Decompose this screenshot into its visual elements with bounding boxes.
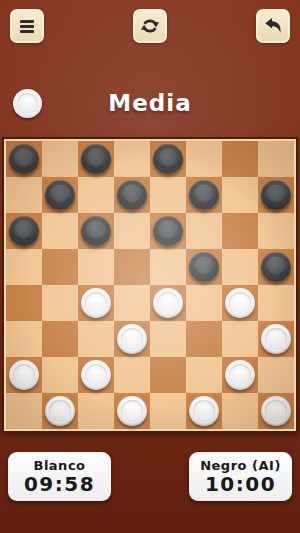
board-square[interactable] — [222, 285, 258, 321]
white-checker[interactable] — [81, 288, 111, 318]
board-square[interactable] — [6, 357, 42, 393]
board-square[interactable] — [114, 249, 150, 285]
white-checker[interactable] — [261, 396, 291, 426]
board-square[interactable] — [42, 177, 78, 213]
board-square[interactable] — [222, 393, 258, 429]
board-square[interactable] — [42, 357, 78, 393]
black-checker[interactable] — [9, 216, 39, 246]
board-square[interactable] — [114, 357, 150, 393]
board-square[interactable] — [114, 141, 150, 177]
black-checker[interactable] — [9, 144, 39, 174]
board-square[interactable] — [6, 285, 42, 321]
board-square[interactable] — [186, 249, 222, 285]
white-checker[interactable] — [225, 288, 255, 318]
white-checker[interactable] — [81, 360, 111, 390]
board-square[interactable] — [186, 321, 222, 357]
refresh-icon — [139, 15, 161, 37]
black-checker[interactable] — [45, 180, 75, 210]
board-square[interactable] — [186, 213, 222, 249]
white-checker[interactable] — [261, 324, 291, 354]
hamburger-icon — [17, 16, 37, 36]
board-square[interactable] — [42, 141, 78, 177]
board-square[interactable] — [150, 249, 186, 285]
board-square[interactable] — [150, 357, 186, 393]
black-checker[interactable] — [261, 252, 291, 282]
board-square[interactable] — [42, 249, 78, 285]
board-square[interactable] — [6, 393, 42, 429]
board-square[interactable] — [78, 141, 114, 177]
board-square[interactable] — [42, 321, 78, 357]
board-square[interactable] — [186, 285, 222, 321]
board-square[interactable] — [222, 177, 258, 213]
board-square[interactable] — [6, 213, 42, 249]
black-clock-time: 10:00 — [189, 473, 292, 495]
restart-button[interactable] — [133, 9, 167, 43]
board-square[interactable] — [150, 213, 186, 249]
checkers-board — [6, 141, 294, 429]
white-checker[interactable] — [117, 396, 147, 426]
white-checker[interactable] — [153, 288, 183, 318]
white-checker[interactable] — [225, 360, 255, 390]
black-checker[interactable] — [153, 144, 183, 174]
board-square[interactable] — [114, 213, 150, 249]
board-square[interactable] — [6, 321, 42, 357]
board-square[interactable] — [258, 141, 294, 177]
black-checker[interactable] — [189, 252, 219, 282]
board-square[interactable] — [186, 141, 222, 177]
undo-arrow-icon — [262, 15, 284, 37]
black-checker[interactable] — [189, 180, 219, 210]
white-checker[interactable] — [189, 396, 219, 426]
board-square[interactable] — [6, 249, 42, 285]
board-square[interactable] — [150, 321, 186, 357]
board-square[interactable] — [78, 285, 114, 321]
black-clock-label: Negro (AI) — [189, 458, 292, 473]
board-square[interactable] — [186, 393, 222, 429]
menu-button[interactable] — [10, 9, 44, 43]
board-square[interactable] — [114, 321, 150, 357]
board-square[interactable] — [78, 249, 114, 285]
board-square[interactable] — [258, 249, 294, 285]
board-square[interactable] — [258, 393, 294, 429]
white-clock-label: Blanco — [8, 458, 111, 473]
board-square[interactable] — [258, 177, 294, 213]
board-square[interactable] — [6, 177, 42, 213]
board-square[interactable] — [186, 177, 222, 213]
board-square[interactable] — [42, 213, 78, 249]
board-square[interactable] — [150, 177, 186, 213]
white-checker[interactable] — [9, 360, 39, 390]
board-square[interactable] — [78, 177, 114, 213]
board-square[interactable] — [222, 357, 258, 393]
undo-button[interactable] — [256, 9, 290, 43]
white-clock: Blanco 09:58 — [8, 452, 111, 501]
white-checker[interactable] — [45, 396, 75, 426]
white-clock-time: 09:58 — [8, 473, 111, 495]
board-square[interactable] — [150, 141, 186, 177]
black-checker[interactable] — [81, 216, 111, 246]
black-checker[interactable] — [81, 144, 111, 174]
board-square[interactable] — [6, 141, 42, 177]
black-clock: Negro (AI) 10:00 — [189, 452, 292, 501]
board-square[interactable] — [258, 285, 294, 321]
board-square[interactable] — [78, 357, 114, 393]
board-square[interactable] — [222, 213, 258, 249]
board-square[interactable] — [78, 321, 114, 357]
board-square[interactable] — [222, 249, 258, 285]
board-square[interactable] — [114, 393, 150, 429]
board-square[interactable] — [150, 285, 186, 321]
board-square[interactable] — [258, 321, 294, 357]
black-checker[interactable] — [117, 180, 147, 210]
board-square[interactable] — [186, 357, 222, 393]
board-square[interactable] — [42, 393, 78, 429]
board-square[interactable] — [114, 285, 150, 321]
board-frame — [2, 137, 298, 433]
black-checker[interactable] — [153, 216, 183, 246]
app-root: Media Blanco 09:58 Negro (AI) 10:00 — [0, 0, 300, 533]
board-square[interactable] — [114, 177, 150, 213]
board-square[interactable] — [42, 285, 78, 321]
board-square[interactable] — [258, 213, 294, 249]
board-square[interactable] — [78, 393, 114, 429]
board-square[interactable] — [258, 357, 294, 393]
page-title: Media — [0, 90, 300, 116]
board-square[interactable] — [150, 393, 186, 429]
board-square[interactable] — [222, 321, 258, 357]
white-checker[interactable] — [117, 324, 147, 354]
board-square[interactable] — [222, 141, 258, 177]
black-checker[interactable] — [261, 180, 291, 210]
board-square[interactable] — [78, 213, 114, 249]
